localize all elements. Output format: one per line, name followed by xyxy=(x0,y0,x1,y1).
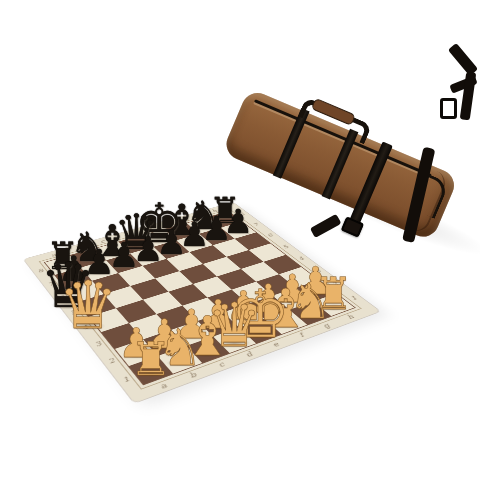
strap-loop xyxy=(440,98,457,119)
strap-segment xyxy=(448,43,478,76)
carrying-bag xyxy=(222,88,459,242)
bag-strap-tail xyxy=(310,214,342,238)
chessboard: abcdefgh abcdefgh 87654321 87654321 xyxy=(24,202,380,402)
board-squares xyxy=(44,211,356,385)
product-photo-chess-set-combo: abcdefgh abcdefgh 87654321 87654321 ♜♞♝♛… xyxy=(0,0,480,480)
